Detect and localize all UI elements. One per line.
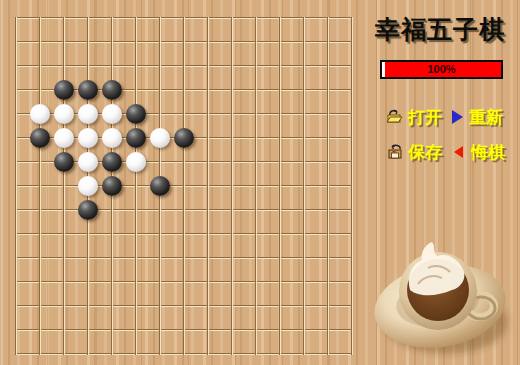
- open-button[interactable]: 打开: [386, 107, 442, 127]
- black-stone: [78, 80, 98, 100]
- restart-button-label: 重新: [469, 106, 503, 129]
- white-stone: [78, 152, 98, 172]
- page-title: 幸福五子棋: [366, 13, 514, 46]
- gomoku-window: 幸福五子棋 100% 打开 重新 保存 悔棋: [0, 0, 520, 365]
- black-stone: [102, 176, 122, 196]
- black-stone: [30, 128, 50, 148]
- black-stone: [150, 176, 170, 196]
- black-stone: [126, 104, 146, 124]
- undo-button[interactable]: 悔棋: [452, 142, 505, 162]
- white-stone: [78, 104, 98, 124]
- black-stone: [102, 152, 122, 172]
- coffee-cup-image: [368, 240, 516, 362]
- progress-bar: 100%: [380, 60, 503, 79]
- save-button[interactable]: 保存: [386, 142, 442, 162]
- black-stone: [78, 200, 98, 220]
- white-stone: [150, 128, 170, 148]
- white-stone: [78, 128, 98, 148]
- white-stone: [102, 104, 122, 124]
- cream-swirl: [409, 242, 465, 295]
- white-stone: [102, 128, 122, 148]
- black-stone: [126, 128, 146, 148]
- save-button-label: 保存: [408, 141, 442, 164]
- white-stone: [54, 128, 74, 148]
- black-stone: [174, 128, 194, 148]
- blue-right-triangle-icon: [452, 110, 463, 124]
- progress-label: 100%: [382, 63, 501, 75]
- white-stone: [78, 176, 98, 196]
- save-disk-icon: [386, 143, 404, 161]
- restart-button[interactable]: 重新: [452, 107, 503, 127]
- white-stone: [30, 104, 50, 124]
- undo-button-label: 悔棋: [471, 141, 505, 164]
- gomoku-board[interactable]: [15, 17, 353, 355]
- black-stone: [102, 80, 122, 100]
- black-stone: [54, 80, 74, 100]
- white-stone: [54, 104, 74, 124]
- red-left-triangle-icon: [454, 146, 463, 158]
- open-button-label: 打开: [408, 106, 442, 129]
- open-folder-icon: [386, 108, 404, 126]
- black-stone: [54, 152, 74, 172]
- white-stone: [126, 152, 146, 172]
